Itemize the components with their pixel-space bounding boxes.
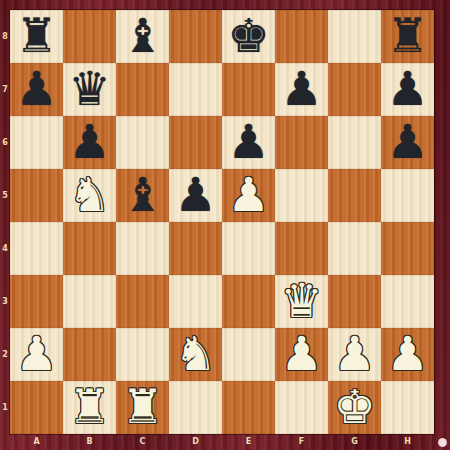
black-rook: ♜ [15,9,57,62]
square-h1[interactable] [381,381,434,434]
rank-label-6: 6 [0,116,10,169]
white-rook: ♜ [68,380,110,433]
square-h7[interactable]: ♟ [381,63,434,116]
square-f2[interactable]: ♟ [275,328,328,381]
white-king: ♚ [333,380,375,433]
square-a1[interactable] [10,381,63,434]
black-king: ♚ [227,9,269,62]
square-c2[interactable] [116,328,169,381]
square-f8[interactable] [275,10,328,63]
square-g8[interactable] [328,10,381,63]
square-h2[interactable]: ♟ [381,328,434,381]
square-a4[interactable] [10,222,63,275]
rank-label-5: 5 [0,169,10,222]
file-label-e: E [222,434,275,449]
square-f6[interactable] [275,116,328,169]
chess-board: ♜♝♚♜♟♛♟♟♟♟♟♞♝♟♟♛♟♞♟♟♟♜♜♚ [10,10,434,434]
rank-labels: 87654321 [0,10,10,434]
white-pawn: ♟ [280,327,322,380]
square-h4[interactable] [381,222,434,275]
square-a3[interactable] [10,275,63,328]
white-rook: ♜ [121,380,163,433]
white-pawn: ♟ [386,327,428,380]
white-pawn: ♟ [227,168,269,221]
square-e7[interactable] [222,63,275,116]
square-h5[interactable] [381,169,434,222]
square-g6[interactable] [328,116,381,169]
square-f1[interactable] [275,381,328,434]
square-b2[interactable] [63,328,116,381]
black-bishop: ♝ [121,9,163,62]
square-e6[interactable]: ♟ [222,116,275,169]
square-a8[interactable]: ♜ [10,10,63,63]
square-c5[interactable]: ♝ [116,169,169,222]
square-a2[interactable]: ♟ [10,328,63,381]
square-e1[interactable] [222,381,275,434]
white-knight: ♞ [174,327,216,380]
square-g2[interactable]: ♟ [328,328,381,381]
file-label-c: C [116,434,169,449]
square-h3[interactable] [381,275,434,328]
file-label-h: H [381,434,434,449]
square-b1[interactable]: ♜ [63,381,116,434]
square-d5[interactable]: ♟ [169,169,222,222]
square-b5[interactable]: ♞ [63,169,116,222]
white-pawn: ♟ [15,327,57,380]
file-label-b: B [63,434,116,449]
square-e2[interactable] [222,328,275,381]
black-rook: ♜ [386,9,428,62]
square-g3[interactable] [328,275,381,328]
square-b4[interactable] [63,222,116,275]
square-c8[interactable]: ♝ [116,10,169,63]
black-queen: ♛ [68,62,110,115]
file-label-a: A [10,434,63,449]
square-a6[interactable] [10,116,63,169]
square-d2[interactable]: ♞ [169,328,222,381]
square-e8[interactable]: ♚ [222,10,275,63]
black-bishop: ♝ [121,168,163,221]
rank-label-4: 4 [0,222,10,275]
file-label-f: F [275,434,328,449]
square-g7[interactable] [328,63,381,116]
white-pawn: ♟ [333,327,375,380]
square-b6[interactable]: ♟ [63,116,116,169]
file-label-g: G [328,434,381,449]
chess-board-frame: ♜♝♚♜♟♛♟♟♟♟♟♞♝♟♟♛♟♞♟♟♟♜♜♚ 87654321 ABCDEF… [0,0,450,450]
rank-label-7: 7 [0,63,10,116]
square-e4[interactable] [222,222,275,275]
square-d1[interactable] [169,381,222,434]
black-pawn: ♟ [227,115,269,168]
square-e5[interactable]: ♟ [222,169,275,222]
rank-label-3: 3 [0,275,10,328]
black-pawn: ♟ [15,62,57,115]
file-labels: ABCDEFGH [10,434,434,449]
square-g4[interactable] [328,222,381,275]
square-c7[interactable] [116,63,169,116]
rank-label-8: 8 [0,10,10,63]
white-queen: ♛ [280,274,322,327]
square-d8[interactable] [169,10,222,63]
rank-label-1: 1 [0,381,10,434]
square-b7[interactable]: ♛ [63,63,116,116]
white-knight: ♞ [68,168,110,221]
square-f3[interactable]: ♛ [275,275,328,328]
square-c4[interactable] [116,222,169,275]
square-f5[interactable] [275,169,328,222]
square-h6[interactable]: ♟ [381,116,434,169]
black-pawn: ♟ [68,115,110,168]
square-c6[interactable] [116,116,169,169]
black-pawn: ♟ [174,168,216,221]
square-g1[interactable]: ♚ [328,381,381,434]
square-d6[interactable] [169,116,222,169]
square-d3[interactable] [169,275,222,328]
square-b8[interactable] [63,10,116,63]
black-pawn: ♟ [280,62,322,115]
square-c3[interactable] [116,275,169,328]
square-h8[interactable]: ♜ [381,10,434,63]
square-c1[interactable]: ♜ [116,381,169,434]
rank-label-2: 2 [0,328,10,381]
square-a5[interactable] [10,169,63,222]
square-d4[interactable] [169,222,222,275]
square-a7[interactable]: ♟ [10,63,63,116]
square-f7[interactable]: ♟ [275,63,328,116]
file-label-d: D [169,434,222,449]
square-g5[interactable] [328,169,381,222]
black-pawn: ♟ [386,62,428,115]
square-b3[interactable] [63,275,116,328]
square-f4[interactable] [275,222,328,275]
black-pawn: ♟ [386,115,428,168]
square-e3[interactable] [222,275,275,328]
square-d7[interactable] [169,63,222,116]
white-to-move-indicator [438,438,447,447]
